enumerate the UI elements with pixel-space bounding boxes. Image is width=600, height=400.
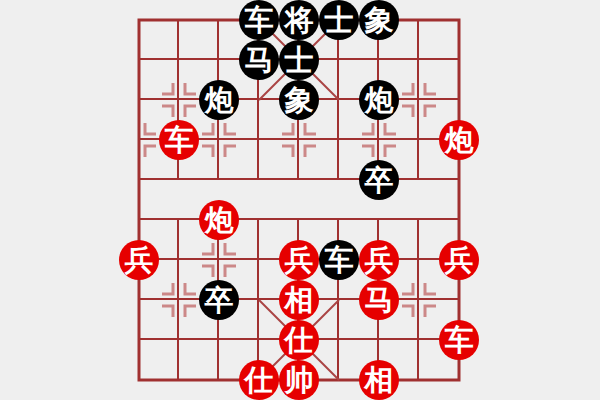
position-marker bbox=[282, 146, 293, 157]
xiangqi-diagram: 车将士象马士炮象炮卒车卒车炮炮兵兵兵兵相马仕车仕帅相 bbox=[0, 0, 600, 400]
position-marker bbox=[145, 123, 156, 134]
position-marker bbox=[185, 83, 196, 94]
position-marker bbox=[425, 306, 436, 317]
position-marker bbox=[225, 266, 236, 277]
piece-black-chariot[interactable]: 车 bbox=[319, 240, 359, 280]
position-marker bbox=[202, 123, 213, 134]
piece-black-advisor[interactable]: 士 bbox=[319, 0, 359, 40]
piece-red-horse[interactable]: 马 bbox=[359, 280, 399, 320]
position-marker bbox=[402, 83, 413, 94]
piece-red-elephant[interactable]: 相 bbox=[279, 280, 319, 320]
position-marker bbox=[225, 146, 236, 157]
piece-red-soldier[interactable]: 兵 bbox=[439, 240, 479, 280]
position-marker bbox=[305, 146, 316, 157]
piece-black-elephant[interactable]: 象 bbox=[279, 80, 319, 120]
piece-black-soldier[interactable]: 卒 bbox=[199, 280, 239, 320]
position-marker bbox=[402, 106, 413, 117]
piece-black-horse[interactable]: 马 bbox=[239, 40, 279, 80]
position-marker bbox=[202, 146, 213, 157]
piece-black-advisor[interactable]: 士 bbox=[279, 40, 319, 80]
position-marker bbox=[282, 123, 293, 134]
position-marker bbox=[402, 306, 413, 317]
position-marker bbox=[185, 283, 196, 294]
position-marker bbox=[162, 106, 173, 117]
position-marker bbox=[185, 106, 196, 117]
piece-red-chariot[interactable]: 车 bbox=[159, 120, 199, 160]
piece-black-elephant[interactable]: 象 bbox=[359, 0, 399, 40]
position-marker bbox=[362, 123, 373, 134]
position-marker bbox=[202, 243, 213, 254]
position-marker bbox=[162, 283, 173, 294]
position-marker bbox=[362, 146, 373, 157]
position-marker bbox=[162, 306, 173, 317]
position-marker bbox=[385, 146, 396, 157]
piece-red-general[interactable]: 帅 bbox=[279, 360, 319, 400]
piece-black-chariot[interactable]: 车 bbox=[239, 0, 279, 40]
piece-black-cannon[interactable]: 炮 bbox=[199, 80, 239, 120]
piece-red-chariot[interactable]: 车 bbox=[439, 320, 479, 360]
position-marker bbox=[385, 123, 396, 134]
piece-black-soldier[interactable]: 卒 bbox=[359, 160, 399, 200]
piece-red-cannon[interactable]: 炮 bbox=[199, 200, 239, 240]
position-marker bbox=[305, 123, 316, 134]
position-marker bbox=[225, 243, 236, 254]
position-marker bbox=[402, 283, 413, 294]
piece-red-advisor[interactable]: 仕 bbox=[279, 320, 319, 360]
position-marker bbox=[425, 83, 436, 94]
position-marker bbox=[145, 146, 156, 157]
position-marker bbox=[202, 266, 213, 277]
piece-red-cannon[interactable]: 炮 bbox=[439, 120, 479, 160]
position-marker bbox=[225, 123, 236, 134]
piece-black-general[interactable]: 将 bbox=[279, 0, 319, 40]
piece-red-soldier[interactable]: 兵 bbox=[359, 240, 399, 280]
piece-red-elephant[interactable]: 相 bbox=[359, 360, 399, 400]
piece-red-advisor[interactable]: 仕 bbox=[239, 360, 279, 400]
position-marker bbox=[425, 106, 436, 117]
position-marker bbox=[425, 283, 436, 294]
position-marker bbox=[162, 83, 173, 94]
piece-red-soldier[interactable]: 兵 bbox=[279, 240, 319, 280]
piece-red-soldier[interactable]: 兵 bbox=[119, 240, 159, 280]
position-marker bbox=[185, 306, 196, 317]
piece-black-cannon[interactable]: 炮 bbox=[359, 80, 399, 120]
